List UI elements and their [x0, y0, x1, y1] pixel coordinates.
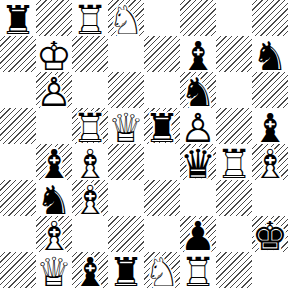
square-h6[interactable] — [252, 72, 288, 108]
piece-glyph: ♛ — [180, 144, 216, 184]
square-g1[interactable] — [216, 252, 252, 288]
square-a1[interactable] — [0, 252, 36, 288]
square-h7[interactable]: ♞♞ — [252, 36, 288, 72]
square-c6[interactable] — [72, 72, 108, 108]
piece-glyph: ♞ — [252, 36, 288, 76]
piece-white-rook[interactable]: ♜♖ — [180, 252, 216, 288]
square-c8[interactable]: ♜♖ — [72, 0, 108, 36]
square-a8[interactable]: ♜♜ — [0, 0, 36, 36]
piece-glyph: ♗ — [252, 144, 288, 184]
square-f8[interactable] — [180, 0, 216, 36]
square-d8[interactable]: ♞♘ — [108, 0, 144, 36]
square-e8[interactable] — [144, 0, 180, 36]
piece-black-rook[interactable]: ♜♜ — [0, 0, 36, 36]
square-b8[interactable] — [36, 0, 72, 36]
square-g4[interactable]: ♜♖ — [216, 144, 252, 180]
piece-glyph: ♖ — [216, 144, 252, 184]
square-a6[interactable] — [0, 72, 36, 108]
square-d4[interactable] — [108, 144, 144, 180]
piece-glyph: ♕ — [108, 108, 144, 148]
square-d7[interactable] — [108, 36, 144, 72]
square-g2[interactable] — [216, 216, 252, 252]
square-e7[interactable] — [144, 36, 180, 72]
square-a5[interactable] — [0, 108, 36, 144]
square-d5[interactable]: ♛♕ — [108, 108, 144, 144]
piece-glyph: ♚ — [252, 216, 288, 256]
piece-black-king[interactable]: ♚♚ — [252, 216, 288, 252]
square-d3[interactable] — [108, 180, 144, 216]
square-h4[interactable]: ♝♗ — [252, 144, 288, 180]
piece-black-bishop[interactable]: ♝♝ — [180, 36, 216, 72]
square-g5[interactable] — [216, 108, 252, 144]
square-c2[interactable] — [72, 216, 108, 252]
piece-black-pawn[interactable]: ♟♟ — [180, 216, 216, 252]
piece-white-queen[interactable]: ♛♕ — [36, 252, 72, 288]
square-h3[interactable] — [252, 180, 288, 216]
square-c7[interactable] — [72, 36, 108, 72]
piece-glyph: ♖ — [72, 0, 108, 40]
square-h5[interactable]: ♝♝ — [252, 108, 288, 144]
piece-glyph: ♜ — [144, 108, 180, 148]
chess-board: ♜♜♜♖♞♘♚♔♝♝♞♞♟♙♞♞♜♖♛♕♜♜♟♙♝♝♝♝♝♗♛♛♜♖♝♗♞♞♝♗… — [0, 0, 288, 288]
piece-black-queen[interactable]: ♛♛ — [180, 144, 216, 180]
piece-black-rook[interactable]: ♜♜ — [108, 252, 144, 288]
piece-white-bishop[interactable]: ♝♗ — [72, 144, 108, 180]
square-b7[interactable]: ♚♔ — [36, 36, 72, 72]
piece-black-knight[interactable]: ♞♞ — [180, 72, 216, 108]
square-f4[interactable]: ♛♛ — [180, 144, 216, 180]
piece-white-knight[interactable]: ♞♘ — [144, 252, 180, 288]
square-f3[interactable] — [180, 180, 216, 216]
piece-glyph: ♜ — [0, 0, 36, 40]
square-g8[interactable] — [216, 0, 252, 36]
square-e1[interactable]: ♞♘ — [144, 252, 180, 288]
square-f1[interactable]: ♜♖ — [180, 252, 216, 288]
piece-white-knight[interactable]: ♞♘ — [108, 0, 144, 36]
square-b6[interactable]: ♟♙ — [36, 72, 72, 108]
square-g3[interactable] — [216, 180, 252, 216]
square-d6[interactable] — [108, 72, 144, 108]
piece-white-king[interactable]: ♚♔ — [36, 36, 72, 72]
square-f6[interactable]: ♞♞ — [180, 72, 216, 108]
piece-glyph: ♖ — [180, 252, 216, 288]
square-d1[interactable]: ♜♜ — [108, 252, 144, 288]
square-g6[interactable] — [216, 72, 252, 108]
square-e3[interactable] — [144, 180, 180, 216]
piece-glyph: ♕ — [36, 252, 72, 288]
square-f7[interactable]: ♝♝ — [180, 36, 216, 72]
square-h1[interactable] — [252, 252, 288, 288]
piece-white-pawn[interactable]: ♟♙ — [36, 72, 72, 108]
square-e4[interactable] — [144, 144, 180, 180]
square-a2[interactable] — [0, 216, 36, 252]
square-b2[interactable]: ♝♗ — [36, 216, 72, 252]
piece-glyph: ♗ — [72, 180, 108, 220]
piece-white-bishop[interactable]: ♝♗ — [72, 180, 108, 216]
piece-white-rook[interactable]: ♜♖ — [72, 0, 108, 36]
square-e2[interactable] — [144, 216, 180, 252]
square-a3[interactable] — [0, 180, 36, 216]
piece-white-pawn[interactable]: ♟♙ — [180, 108, 216, 144]
square-f2[interactable]: ♟♟ — [180, 216, 216, 252]
piece-glyph: ♘ — [108, 0, 144, 40]
square-c5[interactable]: ♜♖ — [72, 108, 108, 144]
piece-white-rook[interactable]: ♜♖ — [72, 108, 108, 144]
piece-white-rook[interactable]: ♜♖ — [216, 144, 252, 180]
piece-glyph: ♙ — [36, 72, 72, 112]
square-b4[interactable]: ♝♝ — [36, 144, 72, 180]
square-a4[interactable] — [0, 144, 36, 180]
square-g7[interactable] — [216, 36, 252, 72]
square-e5[interactable]: ♜♜ — [144, 108, 180, 144]
square-c3[interactable]: ♝♗ — [72, 180, 108, 216]
piece-white-bishop[interactable]: ♝♗ — [252, 144, 288, 180]
piece-black-bishop[interactable]: ♝♝ — [252, 108, 288, 144]
square-b3[interactable]: ♞♞ — [36, 180, 72, 216]
square-d2[interactable] — [108, 216, 144, 252]
square-c4[interactable]: ♝♗ — [72, 144, 108, 180]
piece-glyph: ♝ — [72, 252, 108, 288]
square-c1[interactable]: ♝♝ — [72, 252, 108, 288]
piece-black-knight[interactable]: ♞♞ — [36, 180, 72, 216]
piece-black-knight[interactable]: ♞♞ — [252, 36, 288, 72]
piece-white-queen[interactable]: ♛♕ — [108, 108, 144, 144]
square-b1[interactable]: ♛♕ — [36, 252, 72, 288]
piece-glyph: ♘ — [144, 252, 180, 288]
square-a7[interactable] — [0, 36, 36, 72]
square-e6[interactable] — [144, 72, 180, 108]
piece-glyph: ♜ — [108, 252, 144, 288]
square-f5[interactable]: ♟♙ — [180, 108, 216, 144]
piece-black-bishop[interactable]: ♝♝ — [36, 144, 72, 180]
piece-black-bishop[interactable]: ♝♝ — [72, 252, 108, 288]
piece-white-bishop[interactable]: ♝♗ — [36, 216, 72, 252]
square-h8[interactable] — [252, 0, 288, 36]
piece-black-rook[interactable]: ♜♜ — [144, 108, 180, 144]
square-b5[interactable] — [36, 108, 72, 144]
square-h2[interactable]: ♚♚ — [252, 216, 288, 252]
